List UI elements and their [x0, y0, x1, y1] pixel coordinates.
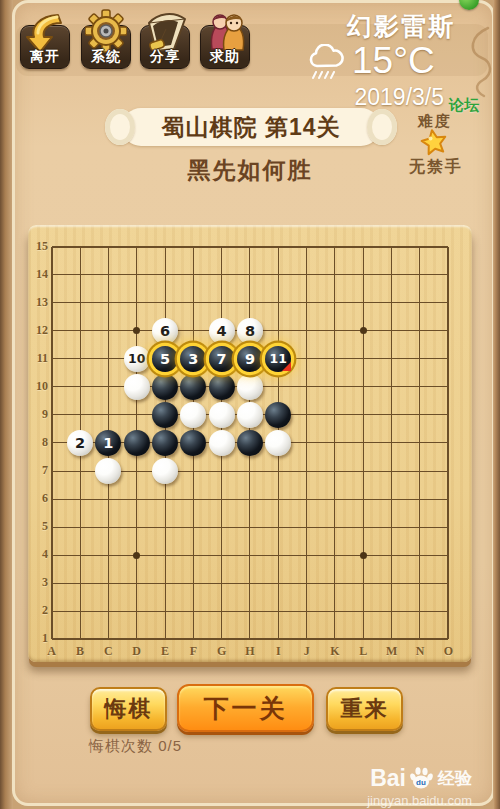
- stone-number: 9: [245, 351, 255, 367]
- board-cell[interactable]: [122, 597, 150, 625]
- board-cell[interactable]: [321, 597, 349, 625]
- black-stone: 3: [180, 346, 206, 372]
- row-label: 2: [30, 603, 48, 618]
- black-stone: [124, 430, 150, 456]
- board-cell[interactable]: [292, 401, 320, 429]
- board-cell[interactable]: [349, 233, 377, 261]
- star-point: [133, 552, 140, 559]
- board-cell[interactable]: 10: [122, 345, 150, 373]
- next-level-button-label: 下一关: [204, 692, 288, 725]
- board-cell[interactable]: [151, 541, 179, 569]
- rule-label: 无禁手: [409, 157, 463, 178]
- col-label: B: [73, 644, 87, 659]
- rain-cloud-icon: [306, 44, 348, 84]
- black-stone: [265, 402, 291, 428]
- board-cell[interactable]: [349, 597, 377, 625]
- board-cell[interactable]: [94, 569, 122, 597]
- board-cell[interactable]: [321, 233, 349, 261]
- board-cell[interactable]: [207, 485, 235, 513]
- board-cell[interactable]: [66, 513, 94, 541]
- board-cell[interactable]: [66, 261, 94, 289]
- star-point: [133, 327, 140, 334]
- white-stone: 8: [237, 318, 263, 344]
- white-stone: [124, 374, 150, 400]
- board-cell[interactable]: [377, 289, 405, 317]
- board-cell[interactable]: [179, 541, 207, 569]
- black-stone: 7: [209, 346, 235, 372]
- board-cell[interactable]: [264, 597, 292, 625]
- board-cell[interactable]: 9: [236, 345, 264, 373]
- white-stone: [95, 458, 121, 484]
- board-cell[interactable]: [236, 569, 264, 597]
- board-cell[interactable]: [122, 317, 150, 345]
- stone-number: 10: [128, 351, 145, 366]
- board-cell[interactable]: [94, 457, 122, 485]
- board-cell[interactable]: [434, 345, 462, 373]
- board-cell[interactable]: [179, 261, 207, 289]
- board-cell[interactable]: [292, 485, 320, 513]
- help-button-label: 求助: [200, 48, 250, 66]
- board-cell[interactable]: [406, 457, 434, 485]
- black-stone: 11: [265, 346, 291, 372]
- board-cell[interactable]: [292, 317, 320, 345]
- board-cell[interactable]: [406, 317, 434, 345]
- forum-link[interactable]: 论坛: [449, 96, 479, 115]
- board-cell[interactable]: [406, 401, 434, 429]
- board-cell[interactable]: [292, 541, 320, 569]
- board-cell[interactable]: [349, 317, 377, 345]
- board-cell[interactable]: [151, 233, 179, 261]
- gear-icon: [85, 9, 127, 53]
- board-cell[interactable]: [406, 513, 434, 541]
- back-arrow-icon: [24, 9, 66, 53]
- board-cell[interactable]: [406, 261, 434, 289]
- board-cell[interactable]: [179, 597, 207, 625]
- board-cell[interactable]: [236, 261, 264, 289]
- board: 6481053791121 151413121110987654321ABCDE…: [28, 225, 472, 662]
- board-cell[interactable]: [236, 457, 264, 485]
- row-label: 13: [30, 295, 48, 310]
- board-cell[interactable]: [207, 289, 235, 317]
- board-cell[interactable]: [377, 345, 405, 373]
- board-cell[interactable]: [434, 317, 462, 345]
- board-cell[interactable]: [321, 429, 349, 457]
- board-cell[interactable]: [122, 289, 150, 317]
- board-cell[interactable]: [151, 401, 179, 429]
- app-screen: 离开 系统: [0, 0, 500, 809]
- board-cell[interactable]: [321, 513, 349, 541]
- row-label: 6: [30, 491, 48, 506]
- board-cell[interactable]: [151, 457, 179, 485]
- board-cell[interactable]: [434, 289, 462, 317]
- board-cell[interactable]: [122, 233, 150, 261]
- black-stone: [152, 402, 178, 428]
- board-cell[interactable]: [406, 485, 434, 513]
- board-cell[interactable]: [377, 541, 405, 569]
- white-stone: [209, 402, 235, 428]
- white-stone: 6: [152, 318, 178, 344]
- board-cell[interactable]: [179, 317, 207, 345]
- col-label: G: [215, 644, 229, 659]
- board-cell[interactable]: [236, 429, 264, 457]
- date: 2019/3/5: [354, 84, 444, 111]
- board-cell[interactable]: [321, 261, 349, 289]
- undo-button-label: 悔棋: [105, 694, 153, 724]
- board-cell[interactable]: [94, 401, 122, 429]
- board-cell[interactable]: [406, 289, 434, 317]
- board-cell[interactable]: [236, 485, 264, 513]
- black-stone: [152, 430, 178, 456]
- board-cell[interactable]: [264, 513, 292, 541]
- row-label: 10: [30, 379, 48, 394]
- board-cell[interactable]: [94, 373, 122, 401]
- page-edge-right: [493, 0, 500, 809]
- board-cell[interactable]: [179, 569, 207, 597]
- black-stone: [180, 430, 206, 456]
- col-label: M: [385, 644, 399, 659]
- board-cell[interactable]: [321, 373, 349, 401]
- board-cell[interactable]: [264, 261, 292, 289]
- board-cell[interactable]: [264, 457, 292, 485]
- board-cell[interactable]: [151, 289, 179, 317]
- board-cell[interactable]: [377, 597, 405, 625]
- stone-number: 5: [160, 351, 170, 367]
- board-cell[interactable]: [377, 513, 405, 541]
- board-cell[interactable]: [292, 597, 320, 625]
- col-label: J: [300, 644, 314, 659]
- white-stone: 2: [67, 430, 93, 456]
- col-label: H: [243, 644, 257, 659]
- black-stone: [209, 374, 235, 400]
- leave-button-label: 离开: [20, 48, 70, 66]
- black-stone: [237, 430, 263, 456]
- board-cell[interactable]: [377, 457, 405, 485]
- star-point: [360, 552, 367, 559]
- svg-text:du: du: [416, 778, 426, 787]
- col-label: N: [413, 644, 427, 659]
- row-label: 14: [30, 267, 48, 282]
- white-stone: 10: [124, 346, 150, 372]
- board-cell[interactable]: [66, 457, 94, 485]
- board-cell[interactable]: [179, 513, 207, 541]
- board-cell[interactable]: [179, 429, 207, 457]
- board-cell[interactable]: [122, 457, 150, 485]
- board-grid: 6481053791121: [38, 233, 463, 653]
- board-cell[interactable]: [207, 457, 235, 485]
- restart-button-label: 重来: [341, 694, 389, 724]
- board-cell[interactable]: [151, 485, 179, 513]
- board-cell[interactable]: [377, 317, 405, 345]
- board-cell[interactable]: [236, 373, 264, 401]
- white-stone: [237, 402, 263, 428]
- board-cell[interactable]: 2: [66, 429, 94, 457]
- share-button[interactable]: 分享: [140, 13, 190, 69]
- black-stone: 5: [152, 346, 178, 372]
- player-name: 幻影雷斯: [347, 10, 455, 43]
- row-label: 5: [30, 519, 48, 534]
- board-cell[interactable]: [434, 485, 462, 513]
- board-cell[interactable]: [151, 513, 179, 541]
- board-cell[interactable]: [66, 289, 94, 317]
- board-cell[interactable]: [207, 541, 235, 569]
- board-cell[interactable]: [66, 317, 94, 345]
- board-cell[interactable]: [377, 569, 405, 597]
- board-cell[interactable]: [151, 373, 179, 401]
- board-cell[interactable]: [349, 261, 377, 289]
- board-cell[interactable]: [94, 345, 122, 373]
- board-cell[interactable]: [406, 541, 434, 569]
- row-label: 8: [30, 435, 48, 450]
- stone-number: 4: [217, 323, 227, 339]
- board-cell[interactable]: [377, 401, 405, 429]
- board-cell[interactable]: [94, 513, 122, 541]
- board-cell[interactable]: [434, 457, 462, 485]
- board-cell[interactable]: [321, 457, 349, 485]
- board-cell[interactable]: [406, 569, 434, 597]
- level-banner: 蜀山棋院 第14关: [122, 108, 380, 146]
- leave-button[interactable]: 离开: [20, 13, 70, 69]
- board-cell[interactable]: [122, 513, 150, 541]
- board-cell[interactable]: [264, 429, 292, 457]
- board-cell[interactable]: [122, 485, 150, 513]
- board-cell[interactable]: [207, 261, 235, 289]
- board-cell[interactable]: [264, 485, 292, 513]
- board-cell[interactable]: 5: [151, 345, 179, 373]
- undo-button[interactable]: 悔棋: [90, 687, 167, 731]
- board-cell[interactable]: [321, 289, 349, 317]
- board-cell[interactable]: [434, 597, 462, 625]
- white-stone: [265, 430, 291, 456]
- share-button-label: 分享: [140, 48, 190, 66]
- board-cell[interactable]: [66, 345, 94, 373]
- board-cell[interactable]: [236, 289, 264, 317]
- board-cell[interactable]: [406, 373, 434, 401]
- board-cell[interactable]: [349, 541, 377, 569]
- restart-button[interactable]: 重来: [326, 687, 403, 731]
- board-cell[interactable]: [94, 261, 122, 289]
- stone-number: 8: [245, 323, 255, 339]
- board-cell[interactable]: [264, 401, 292, 429]
- board-cell[interactable]: [207, 373, 235, 401]
- board-cell[interactable]: [179, 289, 207, 317]
- board-cell[interactable]: [349, 513, 377, 541]
- board-cell[interactable]: [179, 485, 207, 513]
- board-cell[interactable]: [94, 233, 122, 261]
- board-cell[interactable]: [66, 373, 94, 401]
- row-label: 9: [30, 407, 48, 422]
- board-cell[interactable]: [122, 401, 150, 429]
- star-point: [360, 327, 367, 334]
- last-move-marker: [282, 362, 291, 371]
- board-cell[interactable]: [236, 513, 264, 541]
- board-cell[interactable]: [151, 261, 179, 289]
- row-label: 11: [30, 351, 48, 366]
- board-cell[interactable]: [406, 429, 434, 457]
- black-stone: 1: [95, 430, 121, 456]
- watermark-url: jingyan.baidu.com: [367, 793, 472, 808]
- board-cell[interactable]: [377, 261, 405, 289]
- corner-ornament: [462, 26, 496, 98]
- board-cell[interactable]: [264, 289, 292, 317]
- board-cell[interactable]: [349, 457, 377, 485]
- baidu-watermark: Bai du 经验 jingyan.baidu.com: [367, 765, 472, 808]
- board-cell[interactable]: [434, 569, 462, 597]
- board-cell[interactable]: [94, 541, 122, 569]
- board-cell[interactable]: [264, 233, 292, 261]
- temperature: 15°C: [352, 40, 435, 82]
- difficulty-star-icon: [420, 128, 448, 156]
- col-label: K: [328, 644, 342, 659]
- col-label: C: [101, 644, 115, 659]
- board-cell[interactable]: [236, 401, 264, 429]
- board-cell[interactable]: [66, 597, 94, 625]
- board-cell[interactable]: [349, 485, 377, 513]
- col-label: F: [186, 644, 200, 659]
- board-cell[interactable]: [122, 429, 150, 457]
- board-cell[interactable]: [66, 569, 94, 597]
- board-cell[interactable]: [321, 345, 349, 373]
- board-cell[interactable]: [94, 485, 122, 513]
- board-cell[interactable]: [292, 345, 320, 373]
- black-stone: 9: [237, 346, 263, 372]
- board-cell[interactable]: [321, 485, 349, 513]
- board-cell[interactable]: [207, 233, 235, 261]
- board-cell[interactable]: [349, 373, 377, 401]
- board-cell[interactable]: [321, 541, 349, 569]
- board-cell[interactable]: [207, 569, 235, 597]
- board-cell[interactable]: 1: [94, 429, 122, 457]
- board-cell[interactable]: [349, 289, 377, 317]
- stone-number: 7: [217, 351, 227, 367]
- board-cell[interactable]: [236, 541, 264, 569]
- board-cell[interactable]: [122, 261, 150, 289]
- board-cell[interactable]: [321, 401, 349, 429]
- board-cell[interactable]: [94, 289, 122, 317]
- board-cell[interactable]: [207, 513, 235, 541]
- board-cell[interactable]: [434, 513, 462, 541]
- board-cell[interactable]: [264, 569, 292, 597]
- level-title: 蜀山棋院 第14关: [162, 112, 341, 143]
- system-button-label: 系统: [81, 48, 131, 66]
- stone-number: 1: [103, 435, 113, 451]
- board-cell[interactable]: [406, 345, 434, 373]
- board-cell[interactable]: 7: [207, 345, 235, 373]
- black-stone: [180, 374, 206, 400]
- board-cell[interactable]: [434, 401, 462, 429]
- board-cell[interactable]: [151, 597, 179, 625]
- board-cell[interactable]: [292, 261, 320, 289]
- board-cell[interactable]: 6: [151, 317, 179, 345]
- board-cell[interactable]: [321, 317, 349, 345]
- board-cell[interactable]: [292, 233, 320, 261]
- board-cell[interactable]: [264, 541, 292, 569]
- board-cell[interactable]: [66, 541, 94, 569]
- board-cell[interactable]: [179, 233, 207, 261]
- board-cell[interactable]: [66, 401, 94, 429]
- board-cell[interactable]: [377, 429, 405, 457]
- board-cell[interactable]: [207, 429, 235, 457]
- col-label: D: [130, 644, 144, 659]
- board-cell[interactable]: [179, 373, 207, 401]
- board-cell[interactable]: [66, 233, 94, 261]
- people-icon: [204, 9, 248, 53]
- system-button[interactable]: 系统: [81, 13, 131, 69]
- board-cell[interactable]: [94, 597, 122, 625]
- board-cell[interactable]: 3: [179, 345, 207, 373]
- white-stone: [237, 374, 263, 400]
- board-cell[interactable]: [349, 429, 377, 457]
- puzzle-question: 黑先如何胜: [100, 155, 400, 186]
- board-cell[interactable]: [151, 569, 179, 597]
- board-cell[interactable]: [292, 429, 320, 457]
- col-label: L: [356, 644, 370, 659]
- board-cell[interactable]: [207, 401, 235, 429]
- board-cell[interactable]: [179, 401, 207, 429]
- board-cell[interactable]: [292, 373, 320, 401]
- board-cell[interactable]: [151, 429, 179, 457]
- board-cell[interactable]: [292, 289, 320, 317]
- board-cell[interactable]: [349, 345, 377, 373]
- row-label: 3: [30, 575, 48, 590]
- board-cell[interactable]: [66, 485, 94, 513]
- row-label: 7: [30, 463, 48, 478]
- white-stone: [180, 402, 206, 428]
- board-cell[interactable]: [122, 569, 150, 597]
- board-cell[interactable]: [434, 261, 462, 289]
- board-cell[interactable]: [264, 317, 292, 345]
- help-button[interactable]: 求助: [200, 13, 250, 69]
- board-cell[interactable]: [122, 373, 150, 401]
- col-label: A: [45, 644, 59, 659]
- board-cell[interactable]: [179, 457, 207, 485]
- row-label: 4: [30, 547, 48, 562]
- board-cell[interactable]: [377, 233, 405, 261]
- stone-number: 6: [160, 323, 170, 339]
- col-label: O: [441, 644, 455, 659]
- board-cell[interactable]: [321, 569, 349, 597]
- board-cell[interactable]: [434, 373, 462, 401]
- black-stone: [152, 374, 178, 400]
- board-cell[interactable]: [406, 597, 434, 625]
- stone-number: 2: [75, 435, 85, 451]
- baidu-brand-text: Bai: [370, 765, 406, 792]
- board-cell[interactable]: [207, 597, 235, 625]
- board-cell[interactable]: [236, 233, 264, 261]
- board-cell[interactable]: [292, 513, 320, 541]
- board-cell[interactable]: [349, 401, 377, 429]
- board-cell[interactable]: [292, 457, 320, 485]
- board-cell[interactable]: [122, 541, 150, 569]
- board-cell[interactable]: [434, 541, 462, 569]
- next-level-button[interactable]: 下一关: [177, 684, 314, 732]
- undo-count: 悔棋次数 0/5: [89, 737, 182, 756]
- board-cell[interactable]: [264, 373, 292, 401]
- board-cell[interactable]: 8: [236, 317, 264, 345]
- board-cell[interactable]: [434, 233, 462, 261]
- board-cell[interactable]: [349, 569, 377, 597]
- board-cell[interactable]: [377, 485, 405, 513]
- board-cell[interactable]: [406, 233, 434, 261]
- board-cell[interactable]: [236, 597, 264, 625]
- row-label: 15: [30, 239, 48, 254]
- board-cell[interactable]: [94, 317, 122, 345]
- board-cell[interactable]: [377, 373, 405, 401]
- board-cell[interactable]: [292, 569, 320, 597]
- board-cell[interactable]: 11: [264, 345, 292, 373]
- board-cell[interactable]: 4: [207, 317, 235, 345]
- white-stone: [209, 430, 235, 456]
- board-cell[interactable]: [434, 429, 462, 457]
